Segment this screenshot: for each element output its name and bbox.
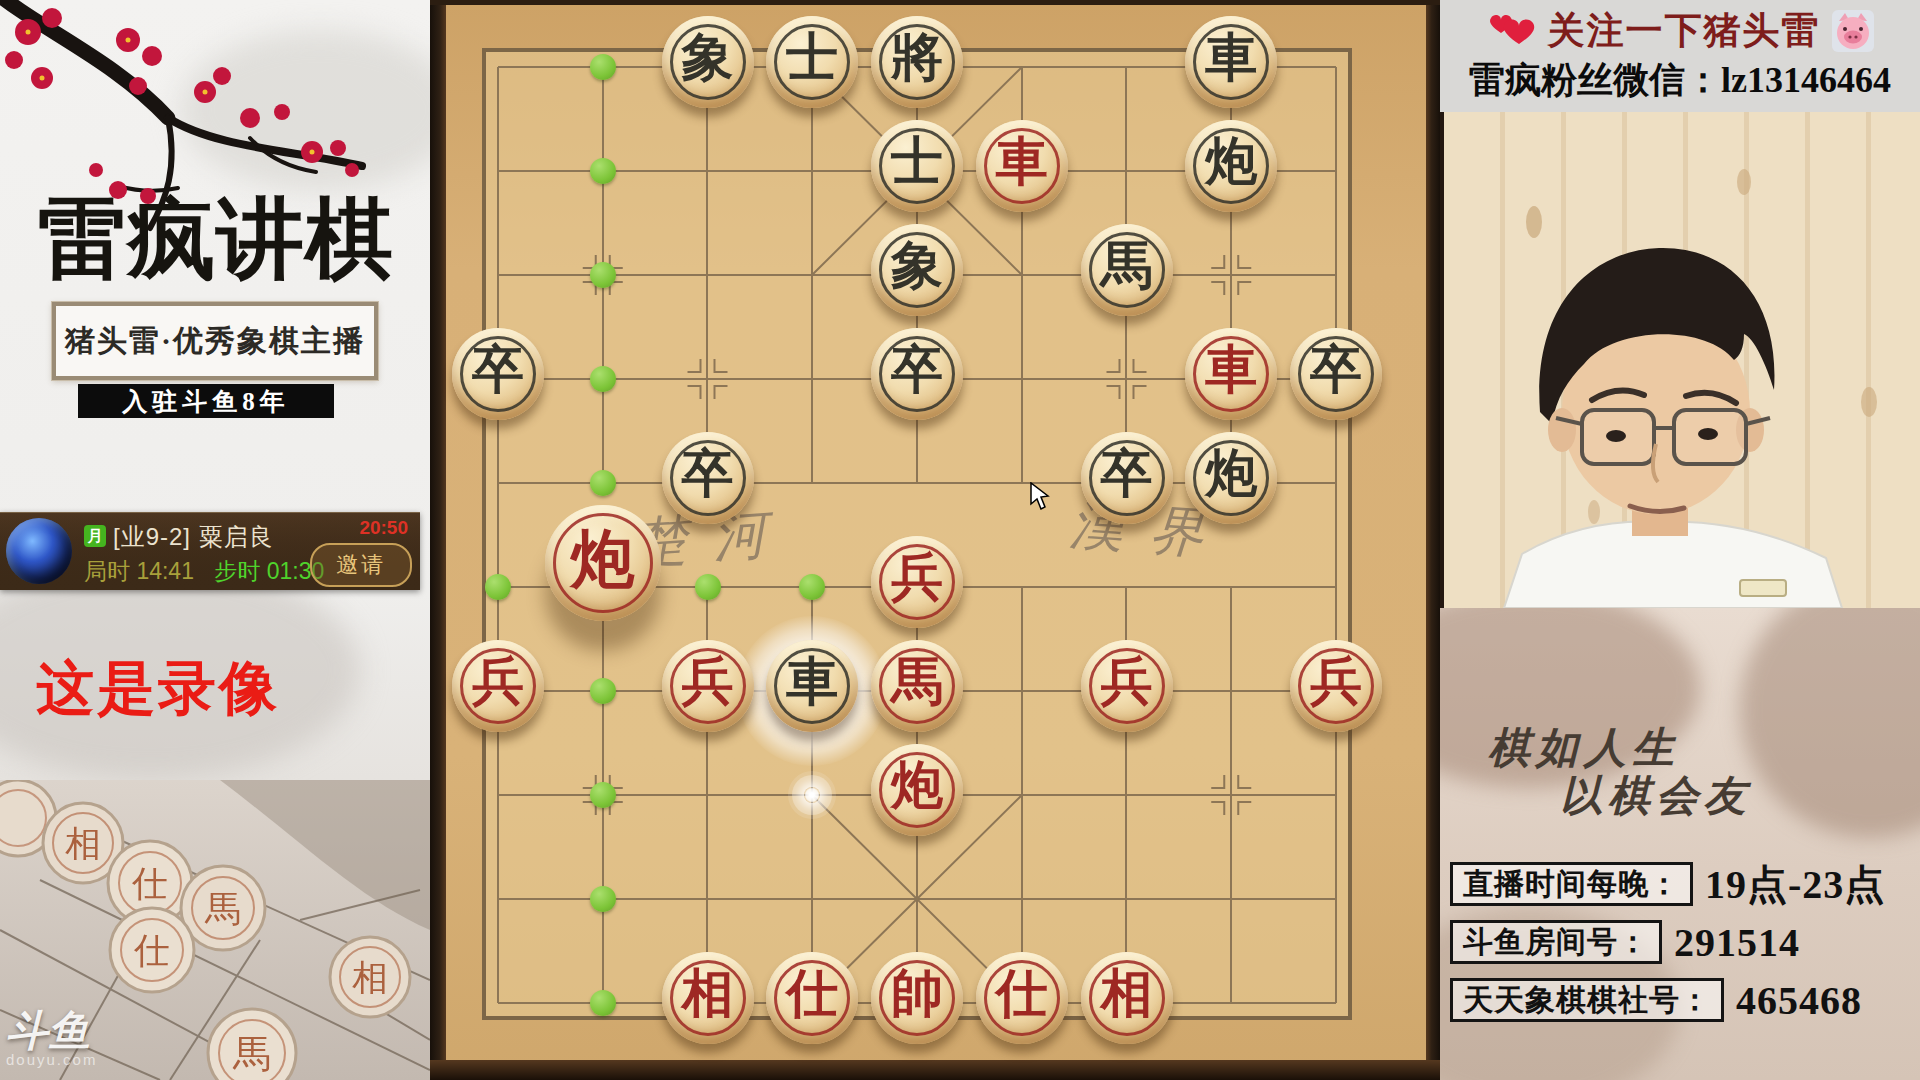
piece-red-horse[interactable]: 馬: [871, 640, 963, 732]
piece-red-soldier[interactable]: 兵: [452, 640, 544, 732]
pig-face-icon: [1831, 9, 1875, 53]
legal-move-dot[interactable]: [590, 782, 616, 808]
wechat-line: 雷疯粉丝微信：lz13146464: [1440, 56, 1920, 105]
legal-move-dot[interactable]: [590, 54, 616, 80]
svg-text:仕: 仕: [133, 931, 170, 971]
piece-black-advisor[interactable]: 士: [766, 16, 858, 108]
piece-red-elephant[interactable]: 相: [662, 952, 754, 1044]
piece-black-cannon[interactable]: 炮: [1185, 432, 1277, 524]
opponent-name: [业9-2] 粟启良: [113, 521, 274, 553]
piece-black-elephant[interactable]: 象: [662, 16, 754, 108]
piece-red-chariot[interactable]: 車: [1185, 328, 1277, 420]
opponent-avatar[interactable]: [6, 518, 72, 584]
piece-red-advisor[interactable]: 仕: [766, 952, 858, 1044]
legal-move-dot[interactable]: [590, 470, 616, 496]
subtitle-text: 猪头雷·优秀象棋主播: [65, 321, 365, 362]
ink-wash: [1740, 608, 1920, 838]
invite-button[interactable]: 邀请: [310, 543, 412, 587]
douyu-watermark: 斗鱼 douyu.com: [6, 1010, 97, 1067]
info-row-club-number: 天天象棋棋社号： 465468: [1450, 976, 1862, 1024]
piece-black-soldier[interactable]: 卒: [871, 328, 963, 420]
piece-black-chariot[interactable]: 車: [1185, 16, 1277, 108]
xiangqi-board[interactable]: 楚河 漢界 象士將車士車炮象馬卒卒車卒卒卒炮炮兵兵兵車馬兵兵炮相仕帥仕相: [430, 0, 1440, 1080]
follow-text: 关注一下猪头雷: [1548, 6, 1821, 56]
legal-move-dot[interactable]: [799, 574, 825, 600]
piece-layer: 象士將車士車炮象馬卒卒車卒卒卒炮炮兵兵兵車馬兵兵炮相仕帥仕相: [430, 0, 1440, 1080]
tenure-ribbon: 入驻斗鱼8年: [78, 384, 334, 418]
move-time: 步时 01:30: [214, 558, 324, 584]
piece-black-chariot[interactable]: 車: [766, 640, 858, 732]
svg-text:相: 相: [65, 824, 101, 864]
piece-red-soldier[interactable]: 兵: [662, 640, 754, 732]
follow-header: 关注一下猪头雷 雷疯粉丝微信：lz13146464: [1440, 0, 1920, 112]
piece-black-soldier[interactable]: 卒: [452, 328, 544, 420]
time-info: 局时 14:41 步时 01:30: [84, 556, 324, 587]
replay-note: 这是录像: [36, 650, 280, 728]
legal-move-dot[interactable]: [485, 574, 511, 600]
piece-red-elephant[interactable]: 相: [1081, 952, 1173, 1044]
game-time: 局时 14:41: [84, 558, 194, 584]
legal-move-dot[interactable]: [590, 366, 616, 392]
webcam-video: [1440, 112, 1920, 608]
calligraphy-line2: 以棋会友: [1560, 768, 1752, 824]
piece-black-soldier[interactable]: 卒: [1081, 432, 1173, 524]
piece-black-soldier[interactable]: 卒: [662, 432, 754, 524]
legal-move-dot[interactable]: [590, 262, 616, 288]
opponent-info-bar: 月 [业9-2] 粟启良 局时 14:41 步时 01:30 20:50 邀请: [0, 512, 420, 590]
rank-badge: 月: [84, 525, 106, 547]
piece-black-elephant[interactable]: 象: [871, 224, 963, 316]
move-origin-sparkle: [804, 787, 820, 803]
piece-red-soldier[interactable]: 兵: [1081, 640, 1173, 732]
svg-text:馬: 馬: [232, 1033, 271, 1075]
stream-clock: 20:50: [359, 517, 408, 539]
left-panel: 雷疯讲棋 猪头雷·优秀象棋主播 入驻斗鱼8年 月 [业9-2] 粟启良 局时 1…: [0, 0, 430, 1080]
follow-line: 关注一下猪头雷: [1440, 6, 1920, 56]
info-row-live-time: 直播时间每晚： 19点-23点: [1450, 860, 1885, 908]
info-row-room-number: 斗鱼房间号： 291514: [1450, 918, 1800, 966]
right-panel: 关注一下猪头雷 雷疯粉丝微信：lz13146464: [1440, 0, 1920, 1080]
streamer-person: [1504, 248, 1842, 608]
piece-black-advisor[interactable]: 士: [871, 120, 963, 212]
channel-title: 雷疯讲棋: [38, 196, 398, 284]
svg-text:相: 相: [352, 958, 388, 998]
piece-black-cannon[interactable]: 炮: [1185, 120, 1277, 212]
legal-move-dot[interactable]: [590, 886, 616, 912]
piece-red-cannon[interactable]: 炮: [545, 505, 661, 621]
piece-red-soldier[interactable]: 兵: [871, 536, 963, 628]
piece-red-soldier[interactable]: 兵: [1290, 640, 1382, 732]
piece-black-general[interactable]: 將: [871, 16, 963, 108]
piece-red-general[interactable]: 帥: [871, 952, 963, 1044]
stream-screen: 雷疯讲棋 猪头雷·优秀象棋主播 入驻斗鱼8年 月 [业9-2] 粟启良 局时 1…: [0, 0, 1920, 1080]
legal-move-dot[interactable]: [590, 990, 616, 1016]
subtitle-banner: 猪头雷·优秀象棋主播: [52, 302, 378, 380]
info-footer: 棋如人生 以棋会友 直播时间每晚： 19点-23点 斗鱼房间号： 291514 …: [1440, 608, 1920, 1080]
mouse-cursor: [1029, 482, 1057, 512]
piece-red-advisor[interactable]: 仕: [976, 952, 1068, 1044]
two-hearts-icon: [1486, 10, 1538, 52]
svg-text:仕: 仕: [131, 864, 168, 904]
piece-black-soldier[interactable]: 卒: [1290, 328, 1382, 420]
piece-black-horse[interactable]: 馬: [1081, 224, 1173, 316]
legal-move-dot[interactable]: [590, 158, 616, 184]
piece-red-cannon[interactable]: 炮: [871, 744, 963, 836]
legal-move-dot[interactable]: [590, 678, 616, 704]
svg-text:馬: 馬: [204, 889, 241, 929]
legal-move-dot[interactable]: [695, 574, 721, 600]
piece-red-chariot[interactable]: 車: [976, 120, 1068, 212]
